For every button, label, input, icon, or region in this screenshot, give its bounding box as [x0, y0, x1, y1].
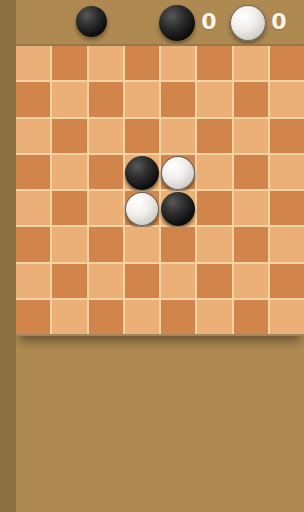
board-cell-a3[interactable] — [16, 119, 50, 153]
board-cell-h5[interactable] — [270, 191, 304, 225]
board-cell-b4[interactable] — [52, 155, 86, 189]
board-cell-b2[interactable] — [52, 82, 86, 116]
board-cell-a6[interactable] — [16, 227, 50, 261]
board-cell-h1[interactable] — [270, 46, 304, 80]
board-cell-c1[interactable] — [89, 46, 123, 80]
board-cell-f5[interactable] — [197, 191, 231, 225]
board-cell-b8[interactable] — [52, 300, 86, 334]
board-cell-f3[interactable] — [197, 119, 231, 153]
board-cell-e3[interactable] — [161, 119, 195, 153]
board-cell-f4[interactable] — [197, 155, 231, 189]
board-cell-h6[interactable] — [270, 227, 304, 261]
board-cell-e5[interactable] — [161, 191, 195, 225]
board-cell-g1[interactable] — [234, 46, 268, 80]
white-disc — [161, 156, 195, 190]
board-cell-e8[interactable] — [161, 300, 195, 334]
board-cell-b3[interactable] — [52, 119, 86, 153]
white-score-disc — [230, 5, 266, 41]
board-cell-b7[interactable] — [52, 264, 86, 298]
board-cell-c7[interactable] — [89, 264, 123, 298]
board-cell-c6[interactable] — [89, 227, 123, 261]
board-cell-d2[interactable] — [125, 82, 159, 116]
board-cell-g5[interactable] — [234, 191, 268, 225]
black-disc — [161, 192, 195, 226]
board-cell-g3[interactable] — [234, 119, 268, 153]
board-cell-e7[interactable] — [161, 264, 195, 298]
board-cell-d4[interactable] — [125, 155, 159, 189]
board-cell-c4[interactable] — [89, 155, 123, 189]
board-cell-h4[interactable] — [270, 155, 304, 189]
board-cell-g4[interactable] — [234, 155, 268, 189]
board-cell-d5[interactable] — [125, 191, 159, 225]
board-cell-e6[interactable] — [161, 227, 195, 261]
black-score-count: 0 — [199, 9, 219, 35]
board-cell-e4[interactable] — [161, 155, 195, 189]
board-cell-h8[interactable] — [270, 300, 304, 334]
black-score-disc — [159, 5, 195, 41]
board-cell-f2[interactable] — [197, 82, 231, 116]
board-cell-a7[interactable] — [16, 264, 50, 298]
board-cell-f1[interactable] — [197, 46, 231, 80]
board-cell-d3[interactable] — [125, 119, 159, 153]
board-cell-e1[interactable] — [161, 46, 195, 80]
white-score-count: 0 — [269, 9, 289, 35]
board-cell-a4[interactable] — [16, 155, 50, 189]
board-cell-g7[interactable] — [234, 264, 268, 298]
board-cell-b6[interactable] — [52, 227, 86, 261]
board-cell-c5[interactable] — [89, 191, 123, 225]
board-cell-f6[interactable] — [197, 227, 231, 261]
board-cell-a5[interactable] — [16, 191, 50, 225]
turn-indicator-black-disc — [76, 6, 107, 37]
board-cell-b5[interactable] — [52, 191, 86, 225]
black-disc — [125, 156, 159, 190]
status-bar: 0 0 — [16, 0, 304, 44]
board-cell-h3[interactable] — [270, 119, 304, 153]
board-cell-h2[interactable] — [270, 82, 304, 116]
board-cell-d7[interactable] — [125, 264, 159, 298]
board-cell-g6[interactable] — [234, 227, 268, 261]
white-disc — [125, 192, 159, 226]
board-cell-d8[interactable] — [125, 300, 159, 334]
board-cell-f8[interactable] — [197, 300, 231, 334]
board-cell-c2[interactable] — [89, 82, 123, 116]
game-board — [16, 44, 304, 336]
board-cell-g8[interactable] — [234, 300, 268, 334]
board-cell-c8[interactable] — [89, 300, 123, 334]
board-cell-c3[interactable] — [89, 119, 123, 153]
board-cell-e2[interactable] — [161, 82, 195, 116]
board-cell-d6[interactable] — [125, 227, 159, 261]
board-cell-g2[interactable] — [234, 82, 268, 116]
board-cell-a1[interactable] — [16, 46, 50, 80]
board-cell-h7[interactable] — [270, 264, 304, 298]
othello-app-screen: 0 0 — [16, 0, 304, 512]
board-cell-d1[interactable] — [125, 46, 159, 80]
board-cell-b1[interactable] — [52, 46, 86, 80]
board-cell-a2[interactable] — [16, 82, 50, 116]
board-cell-f7[interactable] — [197, 264, 231, 298]
board-cell-a8[interactable] — [16, 300, 50, 334]
